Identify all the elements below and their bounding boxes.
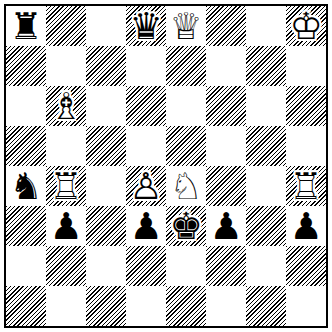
piece-halo: ♟	[46, 206, 86, 246]
square-c2[interactable]	[86, 246, 126, 286]
square-b4[interactable]: ♜♖	[46, 166, 86, 206]
square-b8[interactable]	[46, 6, 86, 46]
square-a4[interactable]: ♞♞	[6, 166, 46, 206]
square-a7[interactable]	[6, 46, 46, 86]
square-b3[interactable]: ♟♟	[46, 206, 86, 246]
piece-white-knight: ♘	[166, 166, 206, 206]
piece-white-queen: ♕	[166, 6, 206, 46]
piece-black-queen: ♛	[126, 6, 166, 46]
square-f5[interactable]	[206, 126, 246, 166]
piece-halo: ♞	[6, 166, 46, 206]
piece-halo: ♞	[166, 166, 206, 206]
piece-black-king: ♚	[166, 206, 206, 246]
square-e3[interactable]: ♚♚	[166, 206, 206, 246]
piece-black-knight: ♞	[6, 166, 46, 206]
square-c6[interactable]	[86, 86, 126, 126]
square-e2[interactable]	[166, 246, 206, 286]
square-c8[interactable]	[86, 6, 126, 46]
square-c1[interactable]	[86, 286, 126, 326]
piece-halo: ♚	[286, 6, 326, 46]
square-h8[interactable]: ♚♔	[286, 6, 326, 46]
square-a5[interactable]	[6, 126, 46, 166]
square-c7[interactable]	[86, 46, 126, 86]
piece-white-king: ♔	[286, 6, 326, 46]
square-b2[interactable]	[46, 246, 86, 286]
square-g4[interactable]	[246, 166, 286, 206]
square-h6[interactable]	[286, 86, 326, 126]
square-g5[interactable]	[246, 126, 286, 166]
square-g7[interactable]	[246, 46, 286, 86]
piece-halo: ♟	[206, 206, 246, 246]
piece-black-pawn: ♟	[206, 206, 246, 246]
square-e4[interactable]: ♞♘	[166, 166, 206, 206]
square-d4[interactable]: ♟♙	[126, 166, 166, 206]
square-b1[interactable]	[46, 286, 86, 326]
square-e5[interactable]	[166, 126, 206, 166]
square-f8[interactable]	[206, 6, 246, 46]
square-d3[interactable]: ♟♟	[126, 206, 166, 246]
square-c3[interactable]	[86, 206, 126, 246]
piece-white-rook: ♖	[46, 166, 86, 206]
piece-halo: ♜	[6, 6, 46, 46]
piece-black-pawn: ♟	[286, 206, 326, 246]
square-f4[interactable]	[206, 166, 246, 206]
square-f2[interactable]	[206, 246, 246, 286]
square-a1[interactable]	[6, 286, 46, 326]
chess-board: ♜♜♛♛♛♕♚♔♝♗♞♞♜♖♟♙♞♘♜♖♟♟♟♟♚♚♟♟♟♟	[4, 4, 328, 328]
piece-halo: ♝	[46, 86, 86, 126]
piece-black-rook: ♜	[6, 6, 46, 46]
square-a8[interactable]: ♜♜	[6, 6, 46, 46]
square-a3[interactable]	[6, 206, 46, 246]
square-h2[interactable]	[286, 246, 326, 286]
square-h5[interactable]	[286, 126, 326, 166]
piece-white-rook: ♖	[286, 166, 326, 206]
square-b5[interactable]	[46, 126, 86, 166]
square-f6[interactable]	[206, 86, 246, 126]
piece-black-pawn: ♟	[126, 206, 166, 246]
square-b7[interactable]	[46, 46, 86, 86]
square-g2[interactable]	[246, 246, 286, 286]
piece-halo: ♜	[286, 166, 326, 206]
piece-halo: ♟	[126, 206, 166, 246]
square-c5[interactable]	[86, 126, 126, 166]
square-a2[interactable]	[6, 246, 46, 286]
square-e7[interactable]	[166, 46, 206, 86]
piece-black-pawn: ♟	[46, 206, 86, 246]
square-d5[interactable]	[126, 126, 166, 166]
square-h3[interactable]: ♟♟	[286, 206, 326, 246]
piece-halo: ♚	[166, 206, 206, 246]
square-d2[interactable]	[126, 246, 166, 286]
square-f3[interactable]: ♟♟	[206, 206, 246, 246]
piece-halo: ♛	[126, 6, 166, 46]
square-h4[interactable]: ♜♖	[286, 166, 326, 206]
square-e6[interactable]	[166, 86, 206, 126]
square-d7[interactable]	[126, 46, 166, 86]
square-e8[interactable]: ♛♕	[166, 6, 206, 46]
square-g3[interactable]	[246, 206, 286, 246]
square-d6[interactable]	[126, 86, 166, 126]
piece-halo: ♛	[166, 6, 206, 46]
square-a6[interactable]	[6, 86, 46, 126]
square-c4[interactable]	[86, 166, 126, 206]
square-g6[interactable]	[246, 86, 286, 126]
square-d8[interactable]: ♛♛	[126, 6, 166, 46]
square-h7[interactable]	[286, 46, 326, 86]
square-g8[interactable]	[246, 6, 286, 46]
square-g1[interactable]	[246, 286, 286, 326]
piece-halo: ♟	[286, 206, 326, 246]
piece-halo: ♜	[46, 166, 86, 206]
piece-white-bishop: ♗	[46, 86, 86, 126]
piece-halo: ♟	[126, 166, 166, 206]
square-f7[interactable]	[206, 46, 246, 86]
chess-diagram-page: ♜♜♛♛♛♕♚♔♝♗♞♞♜♖♟♙♞♘♜♖♟♟♟♟♚♚♟♟♟♟	[0, 0, 332, 332]
square-b6[interactable]: ♝♗	[46, 86, 86, 126]
square-d1[interactable]	[126, 286, 166, 326]
square-f1[interactable]	[206, 286, 246, 326]
square-e1[interactable]	[166, 286, 206, 326]
square-h1[interactable]	[286, 286, 326, 326]
piece-white-pawn: ♙	[126, 166, 166, 206]
